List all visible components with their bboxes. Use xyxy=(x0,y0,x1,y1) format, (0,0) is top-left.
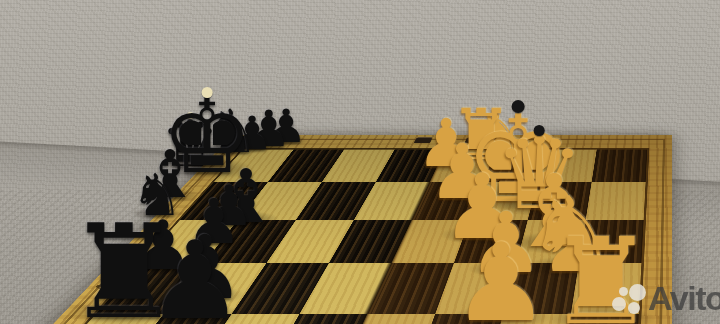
square-g7 xyxy=(528,182,592,220)
square-h6 xyxy=(579,220,644,263)
square-a4 xyxy=(42,314,164,324)
square-h8 xyxy=(592,150,648,183)
hinge-icon xyxy=(413,137,432,143)
square-g5 xyxy=(503,263,579,314)
hinge-icon xyxy=(464,137,483,143)
avito-logo-dot xyxy=(619,287,628,296)
piece-finial-dot xyxy=(201,87,212,98)
square-h7 xyxy=(586,182,646,220)
piece-finial-dot xyxy=(186,112,193,119)
avito-logo-dot xyxy=(629,284,646,301)
avito-logo-icon xyxy=(610,284,646,318)
listing-photo: A ♜♟♟♟♞♝♛♚♝♞♟♟♟♟♟♟♜♞♚♛♟♟♟♝♞♟♜ Avito xyxy=(0,0,720,324)
avito-logo-dot xyxy=(612,297,626,311)
piece-finial-dot xyxy=(511,100,524,113)
avito-logo-dot xyxy=(628,302,640,314)
board-scene: A xyxy=(232,135,672,324)
square-g8 xyxy=(538,150,597,183)
square-g6 xyxy=(516,220,585,263)
watermark-text: Avito xyxy=(648,279,720,318)
square-f8 xyxy=(484,150,547,183)
piece-finial-dot xyxy=(534,125,545,136)
